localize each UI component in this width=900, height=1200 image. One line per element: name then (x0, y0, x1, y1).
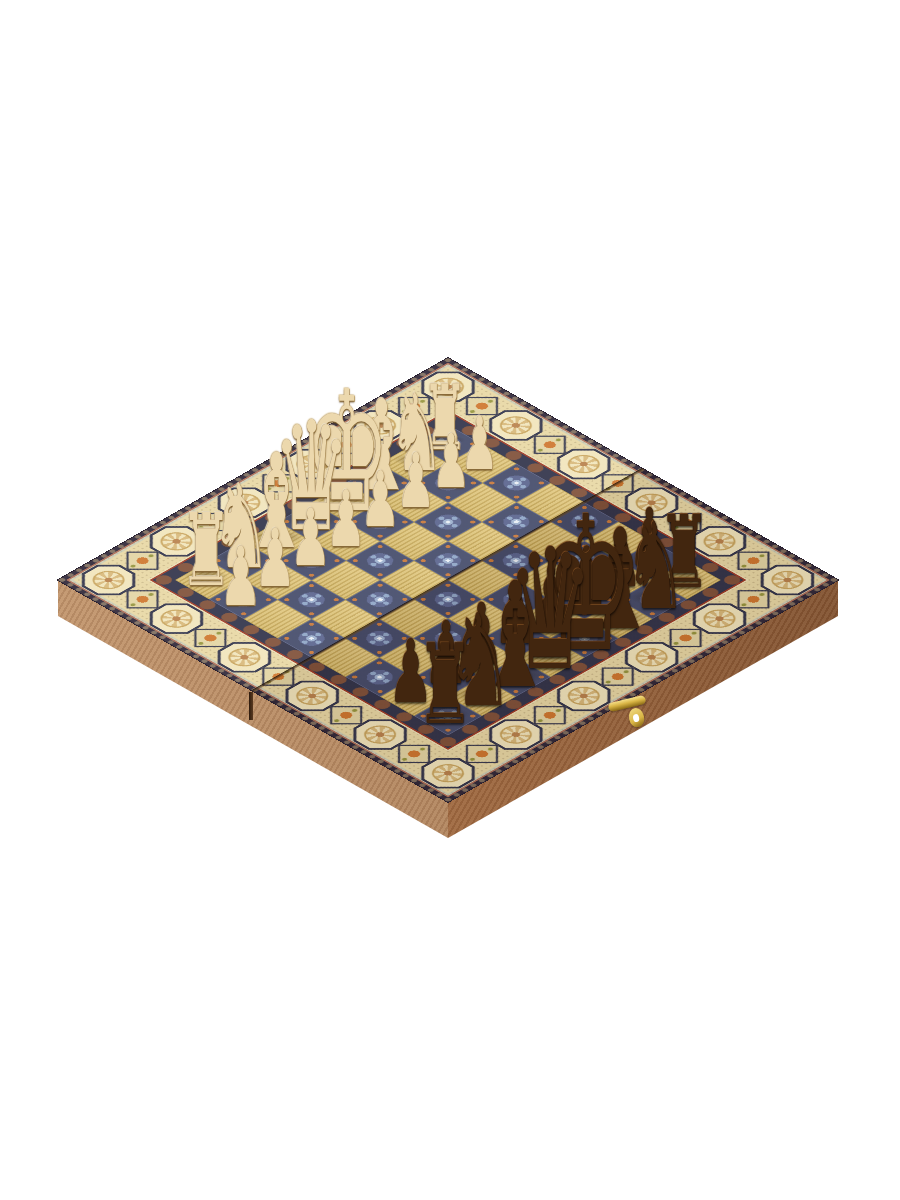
product-photo-stage: ♜♞♝♛♚♝♞♜♟♟♟♟♟♟♟♟♟♟♟♟♟♟♟♟♜♞♝♛♚♝♞♜ (0, 0, 900, 1200)
chess-board (58, 358, 839, 802)
trefoil-diamond-icon (466, 745, 498, 763)
trefoil-diamond-icon (194, 629, 226, 647)
trefoil-diamond-icon (398, 745, 430, 763)
trefoil-diamond-icon (737, 552, 769, 570)
trefoil-diamond-icon (330, 706, 362, 724)
trefoil-diamond-icon (262, 474, 294, 492)
trefoil-diamond-icon (670, 513, 702, 531)
box-halves-seam-gap (249, 692, 253, 720)
trefoil-diamond-icon (534, 706, 566, 724)
trefoil-diamond-icon (534, 436, 566, 454)
trefoil-diamond-icon (127, 590, 159, 608)
trefoil-diamond-icon (670, 629, 702, 647)
chess-box-scene: ♜♞♝♛♚♝♞♜♟♟♟♟♟♟♟♟♟♟♟♟♟♟♟♟♜♞♝♛♚♝♞♜ (0, 0, 900, 1200)
trefoil-diamond-icon (466, 397, 498, 415)
trefoil-diamond-icon (194, 513, 226, 531)
trefoil-diamond-icon (330, 436, 362, 454)
trefoil-diamond-icon (602, 668, 634, 686)
trefoil-diamond-icon (398, 397, 430, 415)
trefoil-diamond-icon (127, 552, 159, 570)
trefoil-diamond-icon (737, 590, 769, 608)
